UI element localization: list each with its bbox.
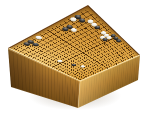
hoshi-point [99, 64, 101, 65]
goban-scene [0, 0, 149, 125]
hoshi-point [61, 40, 63, 41]
hoshi-point [103, 43, 105, 44]
stone-white[interactable] [80, 65, 86, 68]
hoshi-point [81, 72, 83, 73]
stone-black[interactable] [70, 63, 77, 66]
hoshi-point [40, 51, 42, 52]
stone-black[interactable] [78, 17, 86, 23]
stone-black[interactable] [116, 39, 122, 43]
hoshi-point [84, 28, 86, 30]
stone-white[interactable] [34, 35, 43, 40]
stone-black[interactable] [31, 42, 40, 47]
hoshi-point [83, 53, 85, 54]
stone-white[interactable] [70, 27, 78, 32]
hoshi-point [118, 55, 120, 56]
stone-black[interactable] [94, 25, 102, 30]
hoshi-point [63, 63, 65, 64]
